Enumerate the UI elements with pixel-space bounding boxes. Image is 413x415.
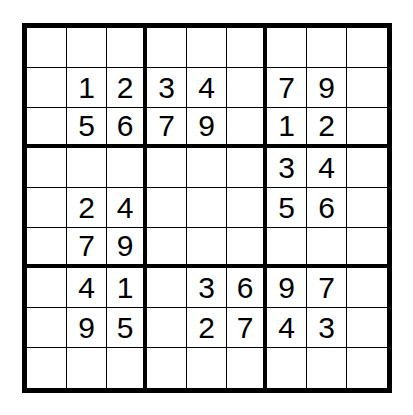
sudoku-cell-r2c5-given[interactable]: 4 xyxy=(187,68,227,108)
sudoku-cell-r1c2-empty[interactable] xyxy=(67,28,107,68)
sudoku-cell-r4c6-empty[interactable] xyxy=(227,148,267,188)
sudoku-cell-r2c1-empty[interactable] xyxy=(27,68,67,108)
sudoku-cell-r8c5-given[interactable]: 2 xyxy=(187,308,227,348)
sudoku-cell-r7c4-empty[interactable] xyxy=(147,268,187,308)
sudoku-cell-r6c5-empty[interactable] xyxy=(187,228,227,268)
sudoku-cell-r5c1-empty[interactable] xyxy=(27,188,67,228)
sudoku-cell-r8c3-given[interactable]: 5 xyxy=(107,308,147,348)
sudoku-cell-r8c1-empty[interactable] xyxy=(27,308,67,348)
sudoku-cell-r7c9-empty[interactable] xyxy=(347,268,387,308)
sudoku-cell-r2c7-given[interactable]: 7 xyxy=(267,68,307,108)
sudoku-cell-r7c1-empty[interactable] xyxy=(27,268,67,308)
sudoku-cell-r7c5-given[interactable]: 3 xyxy=(187,268,227,308)
sudoku-cell-r7c2-given[interactable]: 4 xyxy=(67,268,107,308)
sudoku-cell-r2c4-given[interactable]: 3 xyxy=(147,68,187,108)
sudoku-cell-r2c9-empty[interactable] xyxy=(347,68,387,108)
sudoku-cell-r3c3-given[interactable]: 6 xyxy=(107,108,147,148)
sudoku-cell-r5c6-empty[interactable] xyxy=(227,188,267,228)
sudoku-cell-r7c7-given[interactable]: 9 xyxy=(267,268,307,308)
sudoku-cell-r6c1-empty[interactable] xyxy=(27,228,67,268)
sudoku-cell-r4c3-empty[interactable] xyxy=(107,148,147,188)
sudoku-cell-r4c7-given[interactable]: 3 xyxy=(267,148,307,188)
sudoku-cell-r6c8-empty[interactable] xyxy=(307,228,347,268)
sudoku-cell-r6c4-empty[interactable] xyxy=(147,228,187,268)
sudoku-cell-r8c7-given[interactable]: 4 xyxy=(267,308,307,348)
sudoku-cell-r8c2-given[interactable]: 9 xyxy=(67,308,107,348)
sudoku-cell-r6c9-empty[interactable] xyxy=(347,228,387,268)
sudoku-cell-r9c8-empty[interactable] xyxy=(307,348,347,388)
sudoku-cell-r6c3-given[interactable]: 9 xyxy=(107,228,147,268)
sudoku-cell-r3c9-empty[interactable] xyxy=(347,108,387,148)
sudoku-cell-r1c1-empty[interactable] xyxy=(27,28,67,68)
sudoku-cell-r5c8-given[interactable]: 6 xyxy=(307,188,347,228)
sudoku-cell-r6c2-given[interactable]: 7 xyxy=(67,228,107,268)
sudoku-cell-r4c1-empty[interactable] xyxy=(27,148,67,188)
sudoku-cell-r5c9-empty[interactable] xyxy=(347,188,387,228)
sudoku-cell-r3c1-empty[interactable] xyxy=(27,108,67,148)
sudoku-cell-r1c5-empty[interactable] xyxy=(187,28,227,68)
sudoku-cell-r3c6-empty[interactable] xyxy=(227,108,267,148)
sudoku-cell-r2c3-given[interactable]: 2 xyxy=(107,68,147,108)
sudoku-cell-r7c6-given[interactable]: 6 xyxy=(227,268,267,308)
sudoku-cell-r4c8-given[interactable]: 4 xyxy=(307,148,347,188)
sudoku-cell-r1c8-empty[interactable] xyxy=(307,28,347,68)
sudoku-cell-r8c4-empty[interactable] xyxy=(147,308,187,348)
sudoku-cell-r3c4-given[interactable]: 7 xyxy=(147,108,187,148)
sudoku-cell-r5c4-empty[interactable] xyxy=(147,188,187,228)
sudoku-cell-r8c8-given[interactable]: 3 xyxy=(307,308,347,348)
sudoku-cell-r3c7-given[interactable]: 1 xyxy=(267,108,307,148)
sudoku-cell-r7c8-given[interactable]: 7 xyxy=(307,268,347,308)
sudoku-cell-r1c6-empty[interactable] xyxy=(227,28,267,68)
sudoku-cell-r1c9-empty[interactable] xyxy=(347,28,387,68)
sudoku-cell-r5c5-empty[interactable] xyxy=(187,188,227,228)
sudoku-cell-r9c1-empty[interactable] xyxy=(27,348,67,388)
sudoku-cell-r1c4-empty[interactable] xyxy=(147,28,187,68)
sudoku-cell-r5c2-given[interactable]: 2 xyxy=(67,188,107,228)
sudoku-cell-r9c6-empty[interactable] xyxy=(227,348,267,388)
sudoku-cell-r6c7-empty[interactable] xyxy=(267,228,307,268)
sudoku-cell-r9c3-empty[interactable] xyxy=(107,348,147,388)
sudoku-cell-r2c8-given[interactable]: 9 xyxy=(307,68,347,108)
sudoku-cell-r4c9-empty[interactable] xyxy=(347,148,387,188)
sudoku-cell-r2c2-given[interactable]: 1 xyxy=(67,68,107,108)
sudoku-cell-r9c2-empty[interactable] xyxy=(67,348,107,388)
sudoku-cell-r9c7-empty[interactable] xyxy=(267,348,307,388)
sudoku-cell-r7c3-given[interactable]: 1 xyxy=(107,268,147,308)
sudoku-cell-r5c3-given[interactable]: 4 xyxy=(107,188,147,228)
sudoku-cell-r4c2-empty[interactable] xyxy=(67,148,107,188)
sudoku-cell-r3c8-given[interactable]: 2 xyxy=(307,108,347,148)
sudoku-cell-r3c5-given[interactable]: 9 xyxy=(187,108,227,148)
sudoku-cell-r1c7-empty[interactable] xyxy=(267,28,307,68)
sudoku-cell-r6c6-empty[interactable] xyxy=(227,228,267,268)
sudoku-cell-r1c3-empty[interactable] xyxy=(107,28,147,68)
sudoku-cell-r4c5-empty[interactable] xyxy=(187,148,227,188)
sudoku-cell-r3c2-given[interactable]: 5 xyxy=(67,108,107,148)
sudoku-cell-r9c9-empty[interactable] xyxy=(347,348,387,388)
sudoku-board: 12347956791234245679413697952743 xyxy=(22,23,392,393)
sudoku-cell-r9c4-empty[interactable] xyxy=(147,348,187,388)
sudoku-cell-r2c6-empty[interactable] xyxy=(227,68,267,108)
page: 12347956791234245679413697952743 xyxy=(0,0,413,415)
sudoku-cell-r9c5-empty[interactable] xyxy=(187,348,227,388)
sudoku-cell-r8c6-given[interactable]: 7 xyxy=(227,308,267,348)
sudoku-cell-r8c9-empty[interactable] xyxy=(347,308,387,348)
sudoku-cell-r5c7-given[interactable]: 5 xyxy=(267,188,307,228)
sudoku-cell-r4c4-empty[interactable] xyxy=(147,148,187,188)
